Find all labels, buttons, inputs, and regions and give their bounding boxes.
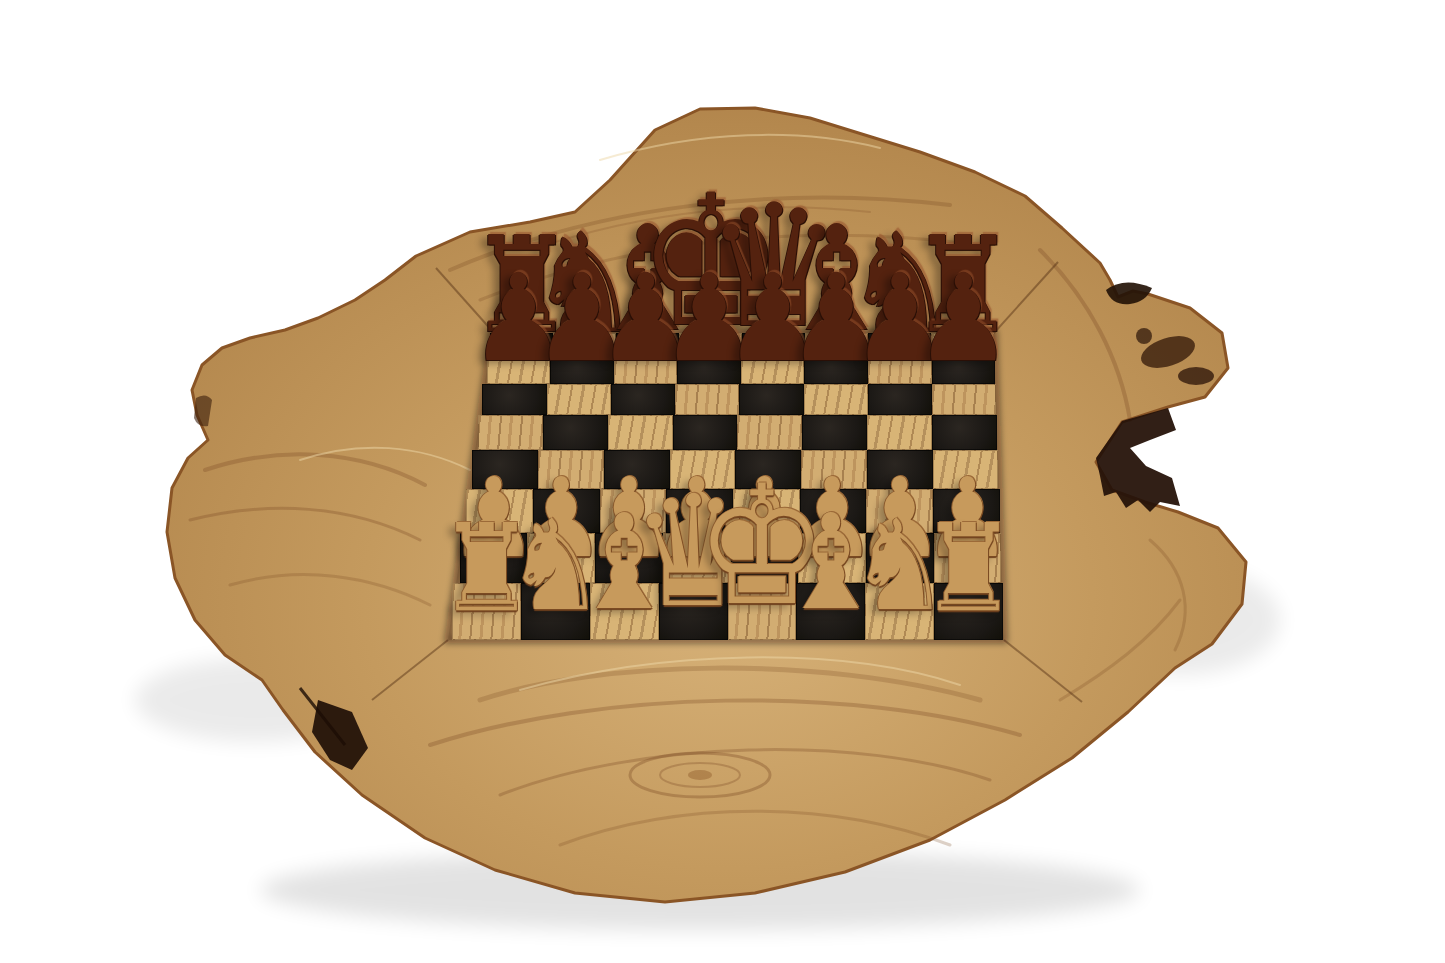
board-well — [448, 333, 1004, 640]
scene: ♜♞♝♚♛♝♞♜♟♟♟♟♟♟♟♟♟♟♟♟♟♟♟♟♜♞♝♛♚♝♞♜ — [0, 0, 1445, 963]
wood-slab — [0, 0, 1445, 963]
